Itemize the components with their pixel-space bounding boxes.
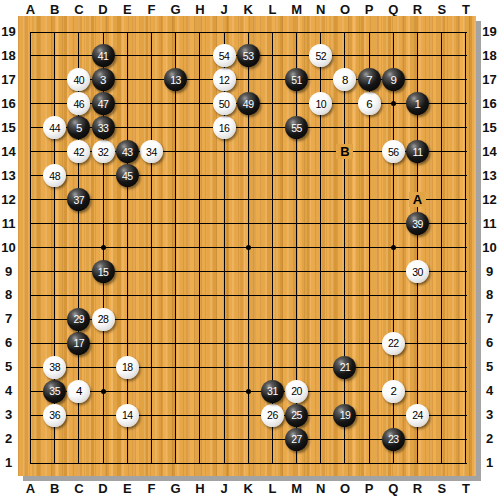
coord-row-18-right: 18 — [481, 49, 498, 63]
coord-row-11-right: 11 — [481, 217, 498, 231]
go-board[interactable]: 1234567891011121314151617181920212223242… — [18, 16, 476, 476]
stone-black-1-R16[interactable]: 1 — [406, 92, 429, 115]
coord-row-7-right: 7 — [481, 312, 498, 326]
stone-black-53-K18[interactable]: 53 — [237, 44, 260, 67]
coord-row-7-left: 7 — [0, 312, 17, 326]
move-number: 50 — [219, 97, 230, 109]
move-number: 43 — [122, 145, 133, 157]
stone-white-4-C4[interactable]: 4 — [67, 380, 90, 403]
move-number: 31 — [267, 385, 278, 397]
stone-white-26-L3[interactable]: 26 — [261, 404, 284, 427]
move-number: 16 — [219, 121, 230, 133]
coord-row-15-left: 15 — [0, 121, 17, 135]
coord-col-C-bottom: C — [70, 482, 88, 496]
stone-black-49-K16[interactable]: 49 — [237, 92, 260, 115]
coord-col-S-bottom: S — [433, 482, 451, 496]
stone-black-47-D16[interactable]: 47 — [92, 92, 115, 115]
stone-white-32-D14[interactable]: 32 — [92, 140, 115, 163]
stone-white-54-J18[interactable]: 54 — [213, 44, 236, 67]
stone-white-50-J16[interactable]: 50 — [213, 92, 236, 115]
coord-col-B-bottom: B — [46, 482, 64, 496]
coord-col-N-bottom: N — [312, 482, 330, 496]
move-number: 45 — [122, 169, 133, 181]
board-label-B: B — [336, 144, 353, 159]
star-point — [246, 389, 251, 394]
coord-row-3-right: 3 — [481, 408, 498, 422]
coord-row-11-left: 11 — [0, 217, 17, 231]
star-point — [391, 101, 396, 106]
stone-black-25-M3[interactable]: 25 — [285, 404, 308, 427]
coord-col-R-bottom: R — [409, 482, 427, 496]
stone-black-39-R11[interactable]: 39 — [406, 212, 429, 235]
move-number: 22 — [388, 337, 399, 349]
stone-white-40-C17[interactable]: 40 — [67, 68, 90, 91]
stone-white-14-E3[interactable]: 14 — [116, 404, 139, 427]
stone-black-29-C7[interactable]: 29 — [67, 308, 90, 331]
coord-col-G-top: G — [167, 3, 185, 17]
move-number: 24 — [412, 409, 423, 421]
coord-col-L-bottom: L — [263, 482, 281, 496]
coord-row-10-left: 10 — [0, 241, 17, 255]
stone-black-11-R14[interactable]: 11 — [406, 140, 429, 163]
coord-col-R-top: R — [409, 3, 427, 17]
stone-white-34-F14[interactable]: 34 — [140, 140, 163, 163]
move-number: 36 — [49, 409, 60, 421]
move-number: 8 — [342, 73, 348, 85]
coord-row-4-right: 4 — [481, 384, 498, 398]
move-number: 15 — [98, 265, 109, 277]
move-number: 14 — [122, 409, 133, 421]
move-number: 3 — [100, 73, 106, 85]
coord-row-15-right: 15 — [481, 121, 498, 135]
move-number: 13 — [170, 73, 181, 85]
stone-black-23-Q2[interactable]: 23 — [382, 428, 405, 451]
stone-black-15-D9[interactable]: 15 — [92, 260, 115, 283]
star-point — [101, 389, 106, 394]
move-number: 30 — [412, 265, 423, 277]
move-number: 38 — [49, 361, 60, 373]
coord-col-A-bottom: A — [22, 482, 40, 496]
move-number: 52 — [315, 49, 326, 61]
stone-white-46-C16[interactable]: 46 — [67, 92, 90, 115]
coord-col-C-top: C — [70, 3, 88, 17]
coord-row-2-right: 2 — [481, 432, 498, 446]
move-number: 10 — [315, 97, 326, 109]
coord-col-D-top: D — [94, 3, 112, 17]
move-number: 1 — [415, 97, 421, 109]
move-number: 21 — [340, 361, 351, 373]
coord-col-A-top: A — [22, 3, 40, 17]
coord-row-16-right: 16 — [481, 97, 498, 111]
stone-black-17-C6[interactable]: 17 — [67, 332, 90, 355]
board-label-A: A — [409, 192, 426, 207]
stone-white-42-C14[interactable]: 42 — [67, 140, 90, 163]
stone-black-21-O5[interactable]: 21 — [333, 356, 356, 379]
coord-col-Q-top: Q — [384, 3, 402, 17]
stone-black-43-E14[interactable]: 43 — [116, 140, 139, 163]
coord-row-12-left: 12 — [0, 193, 17, 207]
move-number: 9 — [390, 73, 396, 85]
stone-white-8-O17[interactable]: 8 — [333, 68, 356, 91]
coord-row-19-right: 19 — [481, 25, 498, 39]
move-number: 17 — [74, 337, 85, 349]
coord-col-M-top: M — [288, 3, 306, 17]
coord-col-O-top: O — [336, 3, 354, 17]
move-number: 48 — [49, 169, 60, 181]
coord-row-5-right: 5 — [481, 360, 498, 374]
grid-line-horizontal — [30, 415, 467, 416]
grid-line-vertical — [465, 32, 466, 464]
coord-col-F-bottom: F — [142, 482, 160, 496]
coord-row-14-left: 14 — [0, 145, 17, 159]
stone-white-36-B3[interactable]: 36 — [43, 404, 66, 427]
coord-row-8-right: 8 — [481, 288, 498, 302]
stone-black-7-P17[interactable]: 7 — [358, 68, 381, 91]
move-number: 40 — [74, 73, 85, 85]
coord-col-E-bottom: E — [118, 482, 136, 496]
stone-black-3-D17[interactable]: 3 — [92, 68, 115, 91]
stone-white-24-R3[interactable]: 24 — [406, 404, 429, 427]
coord-row-3-left: 3 — [0, 408, 17, 422]
stone-white-38-B5[interactable]: 38 — [43, 356, 66, 379]
move-number: 29 — [74, 313, 85, 325]
coord-col-O-bottom: O — [336, 482, 354, 496]
coord-col-F-top: F — [142, 3, 160, 17]
move-number: 35 — [49, 385, 60, 397]
stone-black-37-C12[interactable]: 37 — [67, 188, 90, 211]
move-number: 7 — [366, 73, 372, 85]
stone-black-51-M17[interactable]: 51 — [285, 68, 308, 91]
coord-col-T-top: T — [457, 3, 475, 17]
move-number: 4 — [76, 385, 82, 397]
move-number: 42 — [74, 145, 85, 157]
coord-row-9-right: 9 — [481, 265, 498, 279]
coord-col-G-bottom: G — [167, 482, 185, 496]
move-number: 2 — [390, 385, 396, 397]
coord-col-H-top: H — [191, 3, 209, 17]
coord-col-K-bottom: K — [239, 482, 257, 496]
stone-white-56-Q14[interactable]: 56 — [382, 140, 405, 163]
move-number: 27 — [291, 433, 302, 445]
coord-row-13-left: 13 — [0, 169, 17, 183]
coord-row-6-right: 6 — [481, 336, 498, 350]
coord-row-8-left: 8 — [0, 288, 17, 302]
coord-col-H-bottom: H — [191, 482, 209, 496]
move-number: 55 — [291, 121, 302, 133]
coord-col-B-top: B — [46, 3, 64, 17]
move-number: 25 — [291, 409, 302, 421]
star-point — [391, 245, 396, 250]
coord-col-M-bottom: M — [288, 482, 306, 496]
move-number: 18 — [122, 361, 133, 373]
coord-row-9-left: 9 — [0, 265, 17, 279]
move-number: 26 — [267, 409, 278, 421]
stone-white-30-R9[interactable]: 30 — [406, 260, 429, 283]
coord-row-1-left: 1 — [0, 456, 17, 470]
move-number: 39 — [412, 217, 423, 229]
stone-black-19-O3[interactable]: 19 — [333, 404, 356, 427]
coord-row-4-left: 4 — [0, 384, 17, 398]
coord-row-19-left: 19 — [0, 25, 17, 39]
stone-white-48-B13[interactable]: 48 — [43, 164, 66, 187]
stone-white-2-Q4[interactable]: 2 — [382, 380, 405, 403]
move-number: 49 — [243, 97, 254, 109]
move-number: 32 — [98, 145, 109, 157]
go-game-diagram: ABCDEFGHJKLMNOPQRST ABCDEFGHJKLMNOPQRST … — [0, 0, 500, 500]
coord-row-6-left: 6 — [0, 336, 17, 350]
coord-row-14-right: 14 — [481, 145, 498, 159]
grid-line-horizontal — [30, 295, 467, 296]
stone-black-55-M15[interactable]: 55 — [285, 116, 308, 139]
coord-col-N-top: N — [312, 3, 330, 17]
move-number: 47 — [98, 97, 109, 109]
stone-black-35-B4[interactable]: 35 — [43, 380, 66, 403]
stone-white-52-N18[interactable]: 52 — [309, 44, 332, 67]
stone-black-13-G17[interactable]: 13 — [164, 68, 187, 91]
coord-row-5-left: 5 — [0, 360, 17, 374]
coord-row-2-left: 2 — [0, 432, 17, 446]
coord-row-1-right: 1 — [481, 456, 498, 470]
move-number: 54 — [219, 49, 230, 61]
star-point — [246, 245, 251, 250]
stone-white-12-J17[interactable]: 12 — [213, 68, 236, 91]
move-number: 41 — [98, 49, 109, 61]
coord-col-T-bottom: T — [457, 482, 475, 496]
stone-white-18-E5[interactable]: 18 — [116, 356, 139, 379]
stone-black-27-M2[interactable]: 27 — [285, 428, 308, 451]
grid-line-vertical — [441, 32, 442, 464]
coord-row-12-right: 12 — [481, 193, 498, 207]
stone-white-22-Q6[interactable]: 22 — [382, 332, 405, 355]
grid-line-horizontal — [30, 463, 467, 464]
move-number: 12 — [219, 73, 230, 85]
coord-row-17-left: 17 — [0, 73, 17, 87]
coord-row-10-right: 10 — [481, 241, 498, 255]
grid-line-horizontal — [30, 367, 467, 368]
move-number: 6 — [366, 97, 372, 109]
move-number: 56 — [388, 145, 399, 157]
stone-black-9-Q17[interactable]: 9 — [382, 68, 405, 91]
stone-white-10-N16[interactable]: 10 — [309, 92, 332, 115]
move-number: 19 — [340, 409, 351, 421]
coord-col-J-bottom: J — [215, 482, 233, 496]
coord-row-18-left: 18 — [0, 49, 17, 63]
coord-col-P-top: P — [360, 3, 378, 17]
coord-col-L-top: L — [263, 3, 281, 17]
coord-col-E-top: E — [118, 3, 136, 17]
coord-row-16-left: 16 — [0, 97, 17, 111]
move-number: 20 — [291, 385, 302, 397]
stone-black-33-D15[interactable]: 33 — [92, 116, 115, 139]
move-number: 34 — [146, 145, 157, 157]
coord-col-K-top: K — [239, 3, 257, 17]
move-number: 51 — [291, 73, 302, 85]
stone-black-41-D18[interactable]: 41 — [92, 44, 115, 67]
stone-black-45-E13[interactable]: 45 — [116, 164, 139, 187]
stone-white-20-M4[interactable]: 20 — [285, 380, 308, 403]
move-number: 5 — [76, 121, 82, 133]
star-point — [101, 245, 106, 250]
coord-col-J-top: J — [215, 3, 233, 17]
coord-col-D-bottom: D — [94, 482, 112, 496]
coord-row-17-right: 17 — [481, 73, 498, 87]
coord-col-S-top: S — [433, 3, 451, 17]
stone-white-6-P16[interactable]: 6 — [358, 92, 381, 115]
stone-black-5-C15[interactable]: 5 — [67, 116, 90, 139]
move-number: 23 — [388, 433, 399, 445]
move-number: 44 — [49, 121, 60, 133]
stone-white-44-B15[interactable]: 44 — [43, 116, 66, 139]
grid-line-vertical — [344, 32, 345, 464]
stone-white-28-D7[interactable]: 28 — [92, 308, 115, 331]
coord-col-Q-bottom: Q — [384, 482, 402, 496]
move-number: 28 — [98, 313, 109, 325]
stone-white-16-J15[interactable]: 16 — [213, 116, 236, 139]
stone-black-31-L4[interactable]: 31 — [261, 380, 284, 403]
move-number: 11 — [413, 145, 423, 157]
coord-col-P-bottom: P — [360, 482, 378, 496]
move-number: 37 — [74, 193, 85, 205]
move-number: 53 — [243, 49, 254, 61]
move-number: 33 — [98, 121, 109, 133]
coord-row-13-right: 13 — [481, 169, 498, 183]
move-number: 46 — [74, 97, 85, 109]
